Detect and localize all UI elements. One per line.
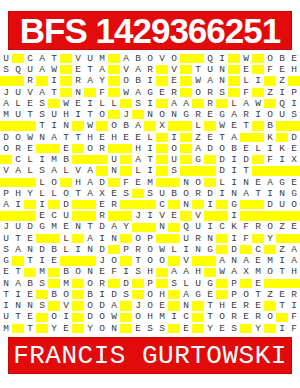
letter-cell: S	[120, 188, 132, 199]
blank-cell	[120, 233, 132, 244]
blank-cell	[228, 75, 240, 86]
letter-cell: V	[120, 64, 132, 75]
blank-cell	[156, 278, 168, 289]
letter-cell: I	[144, 98, 156, 109]
letter-cell: D	[204, 143, 216, 154]
blank-cell	[48, 278, 60, 289]
blank-cell	[192, 300, 204, 311]
blank-cell	[0, 120, 12, 131]
letter-cell: I	[228, 165, 240, 176]
blank-cell	[192, 199, 204, 210]
letter-cell: N	[228, 188, 240, 199]
letter-cell: E	[204, 132, 216, 143]
letter-cell: A	[132, 87, 144, 98]
blank-cell	[72, 233, 84, 244]
blank-cell	[216, 278, 228, 289]
blank-cell	[252, 199, 264, 210]
letter-cell: A	[288, 244, 300, 255]
letter-cell: W	[192, 75, 204, 86]
blank-cell	[48, 300, 60, 311]
letter-cell: S	[156, 323, 168, 334]
blank-cell	[168, 120, 180, 131]
blank-cell	[48, 98, 60, 109]
blank-cell	[36, 233, 48, 244]
blank-cell	[72, 143, 84, 154]
letter-cell: A	[192, 143, 204, 154]
letter-cell: A	[132, 120, 144, 131]
letter-cell: E	[24, 233, 36, 244]
letter-cell: I	[288, 300, 300, 311]
letter-cell: O	[48, 177, 60, 188]
letter-cell: N	[192, 244, 204, 255]
blank-cell	[156, 132, 168, 143]
blank-cell	[156, 165, 168, 176]
blank-cell	[72, 154, 84, 165]
letter-cell: E	[96, 199, 108, 210]
letter-cell: V	[72, 165, 84, 176]
blank-cell	[108, 143, 120, 154]
letter-cell: E	[60, 323, 72, 334]
letter-cell: Q	[204, 53, 216, 64]
letter-cell: T	[276, 300, 288, 311]
letter-cell: E	[132, 132, 144, 143]
blank-cell	[288, 233, 300, 244]
letter-cell: D	[120, 278, 132, 289]
letter-cell: T	[276, 267, 288, 278]
blank-cell	[276, 233, 288, 244]
blank-cell	[60, 53, 72, 64]
letter-cell: V	[192, 210, 204, 221]
letter-cell: R	[252, 222, 264, 233]
letter-cell: G	[180, 109, 192, 120]
letter-cell: E	[168, 75, 180, 86]
letter-cell: R	[168, 87, 180, 98]
letter-cell: N	[180, 300, 192, 311]
blank-cell	[264, 323, 276, 334]
letter-cell: R	[192, 109, 204, 120]
letter-cell: O	[12, 132, 24, 143]
letter-cell: T	[72, 132, 84, 143]
letter-cell: O	[264, 109, 276, 120]
letter-cell: V	[156, 210, 168, 221]
letter-cell: L	[252, 143, 264, 154]
blank-cell	[156, 233, 168, 244]
blank-cell	[240, 323, 252, 334]
letter-cell: U	[168, 154, 180, 165]
letter-cell: H	[108, 132, 120, 143]
letter-cell: B	[276, 53, 288, 64]
blank-cell	[72, 255, 84, 266]
blank-cell	[72, 289, 84, 300]
letter-cell: O	[216, 312, 228, 323]
blank-cell	[0, 154, 12, 165]
letter-cell: I	[276, 87, 288, 98]
letter-cell: A	[216, 255, 228, 266]
letter-cell: O	[144, 289, 156, 300]
letter-cell: O	[192, 87, 204, 98]
letter-cell: S	[36, 109, 48, 120]
blank-cell	[180, 120, 192, 131]
blank-cell	[264, 75, 276, 86]
letter-cell: B	[120, 120, 132, 131]
letter-cell: D	[216, 154, 228, 165]
letter-cell: A	[12, 244, 24, 255]
letter-cell: B	[168, 188, 180, 199]
letter-cell: L	[24, 165, 36, 176]
blank-cell	[192, 98, 204, 109]
letter-cell: N	[72, 222, 84, 233]
letter-cell: R	[108, 199, 120, 210]
blank-cell	[84, 210, 96, 221]
blank-cell	[144, 199, 156, 210]
letter-cell: O	[48, 312, 60, 323]
letter-cell: U	[108, 154, 120, 165]
blank-cell	[276, 278, 288, 289]
letter-cell: E	[204, 289, 216, 300]
blank-cell	[276, 165, 288, 176]
letter-cell: A	[84, 165, 96, 176]
blank-cell	[132, 188, 144, 199]
blank-cell	[264, 244, 276, 255]
letter-cell: O	[144, 244, 156, 255]
letter-cell: G	[216, 109, 228, 120]
letter-cell: N	[84, 244, 96, 255]
letter-cell: L	[228, 98, 240, 109]
blank-cell	[180, 87, 192, 98]
letter-cell: S	[168, 165, 180, 176]
letter-cell: G	[276, 177, 288, 188]
letter-cell: I	[60, 312, 72, 323]
blank-cell	[180, 154, 192, 165]
author-banner: FRANCIS GURTOWSKI	[8, 337, 292, 374]
blank-cell	[156, 64, 168, 75]
blank-cell	[192, 312, 204, 323]
letter-cell: E	[216, 323, 228, 334]
letter-cell: A	[204, 75, 216, 86]
letter-cell: V	[24, 87, 36, 98]
letter-cell: D	[60, 199, 72, 210]
letter-cell: V	[168, 64, 180, 75]
letter-cell: L	[96, 98, 108, 109]
letter-cell: Y	[48, 323, 60, 334]
letter-cell: D	[36, 244, 48, 255]
blank-cell	[12, 210, 24, 221]
letter-cell: E	[156, 300, 168, 311]
letter-cell: B	[48, 289, 60, 300]
blank-cell	[192, 323, 204, 334]
blank-cell	[84, 199, 96, 210]
blank-cell	[180, 132, 192, 143]
blank-cell	[48, 199, 60, 210]
blank-cell	[120, 210, 132, 221]
blank-cell	[228, 64, 240, 75]
letter-cell: Y	[24, 188, 36, 199]
letter-cell: O	[0, 143, 12, 154]
blank-cell	[288, 210, 300, 221]
letter-cell: R	[144, 64, 156, 75]
letter-cell: L	[216, 177, 228, 188]
letter-cell: H	[132, 143, 144, 154]
letter-cell: W	[156, 244, 168, 255]
letter-cell: E	[180, 323, 192, 334]
letter-cell: R	[132, 244, 144, 255]
letter-cell: L	[108, 98, 120, 109]
letter-cell: X	[96, 188, 108, 199]
letter-cell: E	[36, 210, 48, 221]
letter-cell: O	[192, 177, 204, 188]
blank-cell	[192, 165, 204, 176]
letter-cell: O	[288, 199, 300, 210]
blank-cell	[108, 64, 120, 75]
letter-cell: T	[132, 255, 144, 266]
letter-cell: O	[264, 53, 276, 64]
letter-cell: U	[12, 87, 24, 98]
letter-cell: F	[288, 312, 300, 323]
letter-cell: R	[24, 75, 36, 86]
letter-cell: L	[168, 244, 180, 255]
blank-cell	[12, 255, 24, 266]
letter-cell: D	[96, 222, 108, 233]
letter-cell: E	[240, 64, 252, 75]
letter-cell: E	[252, 177, 264, 188]
letter-cell: I	[252, 109, 264, 120]
blank-cell	[252, 154, 264, 165]
letter-cell: N	[24, 244, 36, 255]
letter-cell: A	[84, 177, 96, 188]
letter-cell: U	[24, 64, 36, 75]
blank-cell	[204, 255, 216, 266]
letter-cell: L	[60, 233, 72, 244]
letter-cell: T	[36, 120, 48, 131]
letter-cell: I	[72, 244, 84, 255]
letter-cell: D	[240, 154, 252, 165]
letter-cell: T	[12, 233, 24, 244]
blank-cell	[60, 75, 72, 86]
letter-cell: O	[120, 75, 132, 86]
blank-cell	[264, 278, 276, 289]
letter-cell: H	[156, 289, 168, 300]
letter-cell: T	[204, 312, 216, 323]
letter-cell: A	[168, 267, 180, 278]
letter-cell: Y	[264, 233, 276, 244]
letter-cell: A	[132, 64, 144, 75]
letter-cell: A	[180, 98, 192, 109]
letter-cell: E	[120, 132, 132, 143]
letter-cell: S	[132, 98, 144, 109]
blank-cell	[156, 267, 168, 278]
blank-cell	[168, 199, 180, 210]
letter-cell: R	[204, 98, 216, 109]
letter-cell: U	[204, 64, 216, 75]
blank-cell	[252, 120, 264, 131]
letter-cell: S	[0, 64, 12, 75]
letter-cell: C	[12, 154, 24, 165]
letter-cell: E	[168, 210, 180, 221]
letter-cell: M	[36, 267, 48, 278]
blank-cell	[204, 120, 216, 131]
blank-cell	[60, 64, 72, 75]
blank-cell	[276, 120, 288, 131]
letter-cell: O	[156, 255, 168, 266]
blank-cell	[168, 323, 180, 334]
blank-cell	[48, 233, 60, 244]
blank-cell	[108, 278, 120, 289]
blank-cell	[96, 120, 108, 131]
letter-cell: N	[24, 300, 36, 311]
blank-cell	[84, 87, 96, 98]
letter-cell: G	[144, 87, 156, 98]
letter-cell: V	[156, 53, 168, 64]
letter-cell: F	[288, 323, 300, 334]
blank-cell	[204, 165, 216, 176]
letter-cell: P	[144, 278, 156, 289]
letter-cell: A	[240, 98, 252, 109]
letter-cell: Q	[12, 64, 24, 75]
letter-cell: N	[12, 300, 24, 311]
letter-cell: A	[288, 255, 300, 266]
letter-cell: A	[228, 132, 240, 143]
letter-cell: H	[72, 177, 84, 188]
blank-cell	[120, 154, 132, 165]
letter-cell: S	[228, 323, 240, 334]
letter-cell: N	[108, 233, 120, 244]
letter-cell: E	[252, 255, 264, 266]
letter-cell: N	[156, 222, 168, 233]
blank-cell	[240, 210, 252, 221]
letter-cell: B	[264, 120, 276, 131]
letter-cell: U	[60, 210, 72, 221]
letter-cell: D	[24, 222, 36, 233]
letter-cell: T	[240, 120, 252, 131]
letter-cell: A	[36, 53, 48, 64]
blank-cell	[216, 244, 228, 255]
blank-cell	[24, 120, 36, 131]
blank-cell	[24, 267, 36, 278]
letter-cell: L	[36, 188, 48, 199]
letter-cell: Y	[84, 323, 96, 334]
book-cover: BFS 1429366251 UCATVUMABOVOQIWOBESQUAWET…	[0, 0, 300, 388]
letter-cell: I	[264, 188, 276, 199]
blank-cell	[120, 165, 132, 176]
letter-cell: T	[72, 188, 84, 199]
letter-cell: I	[36, 255, 48, 266]
blank-cell	[120, 98, 132, 109]
letter-cell: Y	[252, 323, 264, 334]
letter-cell: N	[84, 267, 96, 278]
letter-cell: E	[96, 132, 108, 143]
blank-cell	[240, 132, 252, 143]
letter-cell: I	[288, 98, 300, 109]
letter-cell: L	[144, 132, 156, 143]
letter-cell: U	[192, 278, 204, 289]
letter-cell: P	[0, 188, 12, 199]
letter-cell: O	[72, 267, 84, 278]
letter-cell: H	[144, 312, 156, 323]
letter-cell: K	[228, 222, 240, 233]
letter-cell: U	[0, 312, 12, 323]
letter-cell: I	[120, 267, 132, 278]
letter-cell: E	[156, 87, 168, 98]
blank-cell	[144, 222, 156, 233]
letter-cell: O	[144, 53, 156, 64]
letter-cell: P	[228, 289, 240, 300]
letter-cell: L	[132, 165, 144, 176]
letter-cell: M	[264, 255, 276, 266]
blank-cell	[108, 244, 120, 255]
letter-cell: G	[204, 278, 216, 289]
letter-cell: A	[180, 267, 192, 278]
blank-cell	[84, 255, 96, 266]
letter-cell: O	[60, 188, 72, 199]
letter-cell: L	[24, 154, 36, 165]
blank-cell	[180, 53, 192, 64]
letter-cell: T	[24, 255, 36, 266]
letter-cell: R	[12, 143, 24, 154]
letter-cell: V	[72, 53, 84, 64]
letter-cell: A	[0, 98, 12, 109]
letter-cell: T	[84, 109, 96, 120]
letter-cell: M	[144, 177, 156, 188]
letter-cell: O	[168, 143, 180, 154]
letter-cell: J	[132, 210, 144, 221]
blank-cell	[60, 255, 72, 266]
blank-cell	[192, 255, 204, 266]
author-name: FRANCIS GURTOWSKI	[13, 341, 287, 371]
letter-cell: I	[204, 199, 216, 210]
letter-cell: I	[204, 222, 216, 233]
letter-cell: T	[204, 300, 216, 311]
letter-cell: R	[96, 143, 108, 154]
letter-cell: S	[144, 188, 156, 199]
letter-cell: A	[168, 98, 180, 109]
letter-cell: U	[156, 188, 168, 199]
letter-cell: U	[12, 222, 24, 233]
letter-cell: E	[60, 222, 72, 233]
letter-cell: J	[96, 255, 108, 266]
letter-cell: Y	[96, 75, 108, 86]
letter-cell: W	[108, 312, 120, 323]
blank-cell	[240, 199, 252, 210]
letter-cell: I	[72, 109, 84, 120]
blank-cell	[108, 177, 120, 188]
letter-cell: V	[180, 255, 192, 266]
letter-cell: E	[72, 64, 84, 75]
letter-cell: U	[192, 222, 204, 233]
letter-cell: M	[0, 323, 12, 334]
letter-cell: P	[288, 87, 300, 98]
letter-cell: Y	[204, 323, 216, 334]
letter-cell: F	[264, 64, 276, 75]
letter-cell: P	[144, 233, 156, 244]
letter-cell: O	[132, 312, 144, 323]
blank-cell	[12, 323, 24, 334]
letter-cell: M	[96, 53, 108, 64]
letter-cell: E	[288, 143, 300, 154]
letter-cell: X	[240, 267, 252, 278]
letter-cell: R	[72, 75, 84, 86]
letter-cell: R	[96, 278, 108, 289]
blank-cell	[252, 210, 264, 221]
letter-cell: E	[24, 289, 36, 300]
letter-cell: J	[132, 300, 144, 311]
letter-cell: C	[24, 53, 36, 64]
letter-cell: L	[192, 120, 204, 131]
blank-cell	[180, 143, 192, 154]
letter-cell: D	[204, 188, 216, 199]
letter-cell: M	[48, 154, 60, 165]
blank-cell	[276, 132, 288, 143]
letter-cell: S	[36, 98, 48, 109]
